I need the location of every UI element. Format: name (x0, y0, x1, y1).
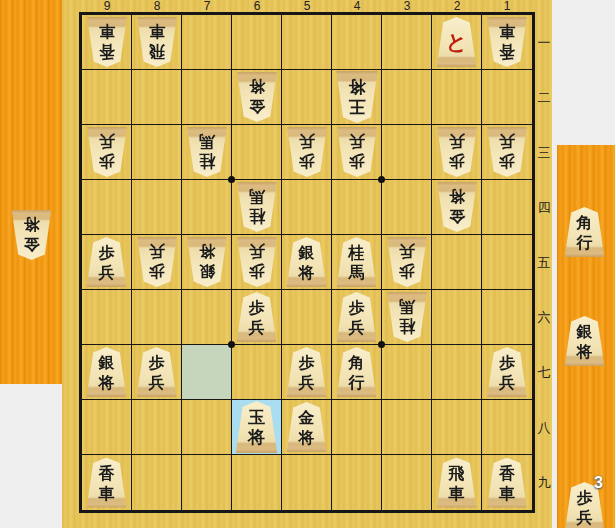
square-8-5[interactable]: 歩兵 (132, 235, 182, 290)
piece-glyph: 兵 (249, 241, 265, 261)
square-5-3[interactable]: 歩兵 (282, 125, 332, 180)
square-6-9[interactable] (232, 455, 282, 510)
piece-glyph: 銀 (299, 243, 315, 263)
square-1-7[interactable]: 歩兵 (482, 345, 532, 400)
square-3-5[interactable]: 歩兵 (382, 235, 432, 290)
piece-glyph: 歩 (99, 151, 115, 171)
star-point (378, 176, 385, 183)
piece-glyph: 兵 (499, 131, 515, 151)
square-4-5[interactable]: 桂馬 (332, 235, 382, 290)
square-9-6[interactable] (82, 290, 132, 345)
rank-label-8: 八 (534, 400, 554, 455)
square-7-7[interactable] (182, 345, 232, 400)
piece-glyph: 将 (24, 214, 40, 234)
piece-gote-knight[interactable]: 桂馬 (185, 127, 228, 177)
square-8-1[interactable]: 飛車 (132, 15, 182, 70)
rank-labels: 一二三四五六七八九 (534, 15, 554, 510)
piece-glyph: 将 (348, 77, 365, 97)
piece-glyph: 車 (499, 484, 515, 504)
rank-label-7: 七 (534, 345, 554, 400)
piece-gote-pawn[interactable]: 歩兵 (486, 127, 529, 177)
square-5-5[interactable]: 銀将 (282, 235, 332, 290)
square-8-2[interactable] (132, 70, 182, 125)
square-8-6[interactable] (132, 290, 182, 345)
square-3-8[interactable] (382, 400, 432, 455)
piece-glyph: 兵 (449, 131, 465, 151)
square-1-3[interactable]: 歩兵 (482, 125, 532, 180)
piece-glyph: 香 (499, 41, 515, 61)
piece-sente-king[interactable]: 玉将 (234, 401, 279, 453)
piece-glyph: 香 (99, 41, 115, 61)
piece-glyph: 金 (249, 96, 265, 116)
piece-glyph: 歩 (149, 261, 165, 281)
piece-sente-silver[interactable]: 銀将 (285, 237, 328, 287)
piece-sente-lance[interactable]: 香車 (85, 458, 128, 508)
rank-label-1: 一 (534, 15, 554, 70)
square-8-3[interactable] (132, 125, 182, 180)
square-3-7[interactable] (382, 345, 432, 400)
square-8-8[interactable] (132, 400, 182, 455)
piece-glyph: 香 (499, 464, 515, 484)
piece-glyph: 角 (577, 213, 593, 233)
piece-glyph: 兵 (99, 131, 115, 151)
square-9-4[interactable] (82, 180, 132, 235)
square-5-6[interactable] (282, 290, 332, 345)
square-3-4[interactable] (382, 180, 432, 235)
square-3-1[interactable] (382, 15, 432, 70)
file-label-9: 9 (82, 0, 132, 13)
square-8-9[interactable] (132, 455, 182, 510)
file-label-2: 2 (432, 0, 482, 13)
square-4-4[interactable] (332, 180, 382, 235)
piece-glyph: 兵 (149, 241, 165, 261)
file-label-5: 5 (282, 0, 332, 13)
piece-sente-rook[interactable]: 飛車 (435, 458, 478, 508)
square-3-6[interactable]: 桂馬 (382, 290, 432, 345)
piece-glyph: 将 (199, 241, 215, 261)
piece-glyph: 桂 (199, 151, 215, 171)
piece-glyph: 馬 (399, 296, 415, 316)
piece-sente-knight[interactable]: 桂馬 (335, 237, 378, 287)
square-2-2[interactable] (432, 70, 482, 125)
piece-glyph: 王 (348, 97, 365, 117)
piece-glyph: 歩 (449, 151, 465, 171)
square-2-4[interactable]: 金将 (432, 180, 482, 235)
square-4-1[interactable] (332, 15, 382, 70)
piece-sente-pawn[interactable]: 歩兵 (235, 292, 278, 342)
piece-glyph: 歩 (299, 151, 315, 171)
piece-sente-pawn[interactable]: 歩兵 (85, 237, 128, 287)
piece-glyph: 歩 (149, 353, 165, 373)
piece-glyph: 車 (149, 21, 165, 41)
piece-glyph: 飛 (449, 464, 465, 484)
rank-label-3: 三 (534, 125, 554, 180)
square-9-8[interactable] (82, 400, 132, 455)
piece-glyph: 歩 (499, 353, 515, 373)
square-2-1[interactable]: と (432, 15, 482, 70)
piece-glyph: 将 (99, 373, 115, 393)
square-1-8[interactable] (482, 400, 532, 455)
piece-gote-gold[interactable]: 金将 (435, 182, 478, 232)
square-2-7[interactable] (432, 345, 482, 400)
piece-glyph: 金 (449, 206, 465, 226)
square-5-1[interactable] (282, 15, 332, 70)
piece-glyph: 桂 (249, 206, 265, 226)
piece-gote-gold[interactable]: 金将 (10, 210, 53, 260)
square-7-5[interactable]: 銀将 (182, 235, 232, 290)
square-6-5[interactable]: 歩兵 (232, 235, 282, 290)
piece-glyph: 兵 (299, 373, 315, 393)
piece-glyph: 車 (449, 484, 465, 504)
star-point (228, 341, 235, 348)
square-6-8[interactable]: 玉将 (232, 400, 282, 455)
piece-glyph: 兵 (249, 318, 265, 338)
piece-glyph: 桂 (399, 316, 415, 336)
square-1-1[interactable]: 香車 (482, 15, 532, 70)
square-4-3[interactable]: 歩兵 (332, 125, 382, 180)
rank-label-4: 四 (534, 180, 554, 235)
square-4-2[interactable]: 王将 (332, 70, 382, 125)
sente-piece-stand: 3 角行銀将歩兵 (557, 145, 615, 528)
piece-gote-gold[interactable]: 金将 (235, 72, 278, 122)
file-label-6: 6 (232, 0, 282, 13)
piece-gote-knight[interactable]: 桂馬 (235, 182, 278, 232)
square-9-9[interactable]: 香車 (82, 455, 132, 510)
piece-glyph: 玉 (248, 407, 265, 427)
gote-piece-stand: 金将 (0, 0, 62, 384)
piece-glyph: 車 (99, 484, 115, 504)
piece-glyph: 将 (249, 76, 265, 96)
piece-glyph: 兵 (399, 241, 415, 261)
piece-glyph: 銀 (99, 353, 115, 373)
piece-sente-pawn[interactable]: 歩兵 (335, 292, 378, 342)
piece-glyph: 将 (449, 186, 465, 206)
piece-gote-pawn[interactable]: 歩兵 (385, 237, 428, 287)
board-grid: 香車飛車と香車金将王将歩兵桂馬歩兵歩兵歩兵歩兵桂馬金将歩兵歩兵銀将歩兵銀将桂馬歩… (79, 12, 535, 513)
square-6-3[interactable] (232, 125, 282, 180)
piece-glyph: 将 (577, 342, 593, 362)
square-7-9[interactable] (182, 455, 232, 510)
piece-gote-pawn[interactable]: 歩兵 (85, 127, 128, 177)
piece-glyph: 歩 (299, 353, 315, 373)
piece-glyph: 車 (99, 21, 115, 41)
piece-gote-king[interactable]: 王将 (334, 71, 379, 123)
square-6-1[interactable] (232, 15, 282, 70)
square-1-6[interactable] (482, 290, 532, 345)
square-9-5[interactable]: 歩兵 (82, 235, 132, 290)
piece-gote-rook[interactable]: 飛車 (135, 17, 178, 67)
square-8-4[interactable] (132, 180, 182, 235)
square-3-9[interactable] (382, 455, 432, 510)
square-5-7[interactable]: 歩兵 (282, 345, 332, 400)
piece-glyph: 桂 (349, 243, 365, 263)
piece-glyph: 兵 (299, 131, 315, 151)
square-5-8[interactable]: 金将 (282, 400, 332, 455)
square-1-9[interactable]: 香車 (482, 455, 532, 510)
square-4-9[interactable] (332, 455, 382, 510)
piece-glyph: 歩 (499, 151, 515, 171)
square-9-7[interactable]: 銀将 (82, 345, 132, 400)
square-2-8[interactable] (432, 400, 482, 455)
square-7-6[interactable] (182, 290, 232, 345)
square-3-3[interactable] (382, 125, 432, 180)
piece-glyph: 兵 (149, 373, 165, 393)
square-9-2[interactable] (82, 70, 132, 125)
file-label-1: 1 (482, 0, 532, 13)
square-6-7[interactable] (232, 345, 282, 400)
piece-gote-pawn[interactable]: 歩兵 (435, 127, 478, 177)
sente-pawn-count: 3 (594, 474, 603, 492)
piece-glyph: 行 (577, 233, 593, 253)
piece-glyph: 金 (299, 408, 315, 428)
rank-label-2: 二 (534, 70, 554, 125)
piece-glyph: 銀 (199, 261, 215, 281)
piece-glyph: 車 (499, 21, 515, 41)
piece-sente-pawn[interactable]: 歩兵 (486, 347, 529, 397)
file-label-8: 8 (132, 0, 182, 13)
piece-sente-bishop[interactable]: 角行 (563, 207, 606, 257)
square-1-5[interactable] (482, 235, 532, 290)
piece-glyph: 将 (248, 427, 265, 447)
piece-glyph: 兵 (99, 263, 115, 283)
square-3-2[interactable] (382, 70, 432, 125)
star-point (378, 341, 385, 348)
piece-glyph: 銀 (577, 322, 593, 342)
square-9-3[interactable]: 歩兵 (82, 125, 132, 180)
piece-sente-silver[interactable]: 銀将 (563, 316, 606, 366)
piece-glyph: と (446, 23, 468, 57)
piece-glyph: 兵 (577, 508, 593, 528)
square-5-4[interactable] (282, 180, 332, 235)
piece-glyph: 歩 (349, 298, 365, 318)
square-5-9[interactable] (282, 455, 332, 510)
piece-glyph: 馬 (349, 263, 365, 283)
piece-gote-lance[interactable]: 香車 (486, 17, 529, 67)
piece-gote-lance[interactable]: 香車 (85, 17, 128, 67)
file-label-3: 3 (382, 0, 432, 13)
piece-gote-pawn[interactable]: 歩兵 (285, 127, 328, 177)
square-7-8[interactable] (182, 400, 232, 455)
square-8-7[interactable]: 歩兵 (132, 345, 182, 400)
square-6-6[interactable]: 歩兵 (232, 290, 282, 345)
piece-glyph: 将 (299, 263, 315, 283)
piece-glyph: 歩 (577, 488, 593, 508)
square-1-2[interactable] (482, 70, 532, 125)
square-7-1[interactable] (182, 15, 232, 70)
square-9-1[interactable]: 香車 (82, 15, 132, 70)
star-point (228, 176, 235, 183)
square-2-5[interactable] (432, 235, 482, 290)
rank-label-6: 六 (534, 290, 554, 345)
piece-glyph: 香 (99, 464, 115, 484)
shogi-app: 金将 3 角行銀将歩兵 987654321 一二三四五六七八九 香車飛車と香車金… (0, 0, 615, 528)
square-4-8[interactable] (332, 400, 382, 455)
piece-glyph: 角 (349, 353, 365, 373)
file-label-4: 4 (332, 0, 382, 13)
square-7-3[interactable]: 桂馬 (182, 125, 232, 180)
piece-sente-gold[interactable]: 金将 (285, 402, 328, 452)
square-5-2[interactable] (282, 70, 332, 125)
piece-glyph: 歩 (399, 261, 415, 281)
piece-glyph: 兵 (349, 131, 365, 151)
piece-glyph: 金 (24, 234, 40, 254)
square-4-6[interactable]: 歩兵 (332, 290, 382, 345)
piece-glyph: 歩 (99, 243, 115, 263)
piece-gote-silver[interactable]: 銀将 (185, 237, 228, 287)
piece-sente-pawn[interactable]: 歩兵 (285, 347, 328, 397)
piece-glyph: 兵 (349, 318, 365, 338)
piece-sente-tokin[interactable]: と (435, 17, 478, 67)
piece-gote-pawn[interactable]: 歩兵 (335, 127, 378, 177)
rank-label-5: 五 (534, 235, 554, 290)
piece-glyph: 歩 (249, 261, 265, 281)
piece-sente-lance[interactable]: 香車 (486, 458, 529, 508)
piece-glyph: 将 (299, 428, 315, 448)
piece-glyph: 歩 (349, 151, 365, 171)
piece-gote-pawn[interactable]: 歩兵 (235, 237, 278, 287)
square-7-4[interactable] (182, 180, 232, 235)
square-2-3[interactable]: 歩兵 (432, 125, 482, 180)
piece-glyph: 兵 (499, 373, 515, 393)
file-label-7: 7 (182, 0, 232, 13)
piece-glyph: 行 (349, 373, 365, 393)
piece-sente-bishop[interactable]: 角行 (335, 347, 378, 397)
square-2-9[interactable]: 飛車 (432, 455, 482, 510)
square-6-4[interactable]: 桂馬 (232, 180, 282, 235)
square-4-7[interactable]: 角行 (332, 345, 382, 400)
piece-gote-pawn[interactable]: 歩兵 (135, 237, 178, 287)
piece-glyph: 飛 (149, 41, 165, 61)
square-6-2[interactable]: 金将 (232, 70, 282, 125)
square-2-6[interactable] (432, 290, 482, 345)
piece-glyph: 歩 (249, 298, 265, 318)
piece-gote-knight[interactable]: 桂馬 (385, 292, 428, 342)
file-labels: 987654321 (82, 0, 532, 13)
piece-sente-silver[interactable]: 銀将 (85, 347, 128, 397)
square-1-4[interactable] (482, 180, 532, 235)
piece-glyph: 馬 (249, 186, 265, 206)
square-7-2[interactable] (182, 70, 232, 125)
piece-sente-pawn[interactable]: 歩兵 (135, 347, 178, 397)
piece-glyph: 馬 (199, 131, 215, 151)
rank-label-9: 九 (534, 455, 554, 510)
